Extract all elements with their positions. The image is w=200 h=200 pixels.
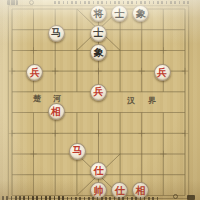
red-general-piece[interactable]: 帅 xyxy=(90,182,107,199)
black-general-piece[interactable]: 将 xyxy=(90,5,107,22)
black-horse-piece[interactable]: 马 xyxy=(48,25,65,42)
xiangqi-board-photo: 楚河 汉界 将士象马士象兵兵兵相马仕帅仕相 xyxy=(0,0,200,200)
red-elephant-piece[interactable]: 相 xyxy=(48,103,65,120)
black-advisor-piece[interactable]: 士 xyxy=(90,25,107,42)
frame-circle-mark-bottom xyxy=(173,194,178,199)
river-inscription-right: 汉界 xyxy=(127,95,169,105)
red-horse-piece[interactable]: 马 xyxy=(69,143,86,160)
red-soldier-piece[interactable]: 兵 xyxy=(154,64,171,81)
frame-circle-mark-top xyxy=(29,0,34,5)
river-inscription-left: 楚河 xyxy=(33,93,73,103)
frame-corner-mark xyxy=(187,195,195,200)
frame-corner-inscription xyxy=(7,0,18,5)
red-soldier-piece[interactable]: 兵 xyxy=(90,84,107,101)
